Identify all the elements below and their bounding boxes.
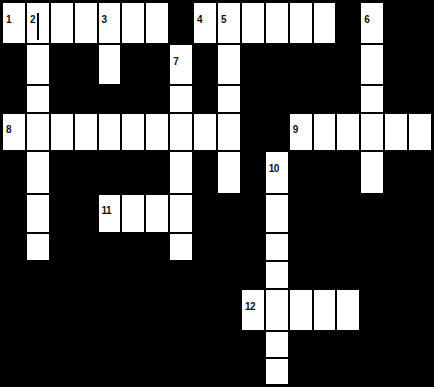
block-cell-r10c7 <box>169 358 193 385</box>
letter-cell-r1c1[interactable] <box>26 44 50 85</box>
block-cell-r4c13 <box>313 151 337 194</box>
block-cell-r6c17 <box>408 233 432 261</box>
letter-cell-r6c11[interactable] <box>265 233 289 261</box>
block-cell-r5c16 <box>384 194 408 233</box>
block-cell-r10c15 <box>360 358 384 385</box>
block-cell-r1c17 <box>408 44 432 85</box>
letter-cell-r1c7[interactable]: 7 <box>169 44 193 85</box>
block-cell-r0c16 <box>384 2 408 44</box>
letter-cell-r5c6[interactable] <box>145 194 169 233</box>
letter-cell-r1c15[interactable] <box>360 44 384 85</box>
block-cell-r1c16 <box>384 44 408 85</box>
letter-cell-r6c7[interactable] <box>169 233 193 261</box>
block-cell-r9c4 <box>98 331 122 358</box>
block-cell-r5c3 <box>74 194 98 233</box>
block-cell-r5c14 <box>336 194 360 233</box>
block-cell-r9c5 <box>121 331 145 358</box>
block-cell-r2c8 <box>193 85 217 113</box>
block-cell-r6c0 <box>2 233 26 261</box>
block-cell-r2c0 <box>2 85 26 113</box>
clue-number-6: 6 <box>364 15 369 25</box>
block-cell-r9c10 <box>241 331 265 358</box>
letter-cell-r0c6[interactable] <box>145 2 169 44</box>
block-cell-r7c14 <box>336 261 360 289</box>
block-cell-r5c8 <box>193 194 217 233</box>
text-caret <box>37 13 39 40</box>
letter-cell-r5c7[interactable] <box>169 194 193 233</box>
block-cell-r2c3 <box>74 85 98 113</box>
letter-cell-r3c1[interactable] <box>26 113 50 151</box>
block-cell-r10c6 <box>145 358 169 385</box>
letter-cell-r0c2[interactable] <box>50 2 74 44</box>
letter-cell-r4c7[interactable] <box>169 151 193 194</box>
letter-cell-r9c11[interactable] <box>265 331 289 358</box>
block-cell-r4c0 <box>2 151 26 194</box>
clue-number-2: 2 <box>30 15 35 25</box>
block-cell-r4c3 <box>74 151 98 194</box>
letter-cell-r0c9[interactable]: 5 <box>217 2 241 44</box>
block-cell-r7c8 <box>193 261 217 289</box>
letter-cell-r0c13[interactable] <box>313 2 337 44</box>
letter-cell-r2c15[interactable] <box>360 85 384 113</box>
block-cell-r4c2 <box>50 151 74 194</box>
block-cell-r5c13 <box>313 194 337 233</box>
block-cell-r10c10 <box>241 358 265 385</box>
block-cell-r2c2 <box>50 85 74 113</box>
block-cell-r8c17 <box>408 289 432 331</box>
block-cell-r6c10 <box>241 233 265 261</box>
block-cell-r1c14 <box>336 44 360 85</box>
block-cell-r8c2 <box>50 289 74 331</box>
letter-cell-r8c10[interactable]: 12 <box>241 289 265 331</box>
block-cell-r9c13 <box>313 331 337 358</box>
block-cell-r1c6 <box>145 44 169 85</box>
block-cell-r7c4 <box>98 261 122 289</box>
block-cell-r4c16 <box>384 151 408 194</box>
block-cell-r8c16 <box>384 289 408 331</box>
block-cell-r10c8 <box>193 358 217 385</box>
block-cell-r9c6 <box>145 331 169 358</box>
block-cell-r8c8 <box>193 289 217 331</box>
block-cell-r9c9 <box>217 331 241 358</box>
block-cell-r7c16 <box>384 261 408 289</box>
letter-cell-r8c11[interactable] <box>265 289 289 331</box>
block-cell-r2c16 <box>384 85 408 113</box>
letter-cell-r0c0[interactable]: 1 <box>2 2 26 44</box>
letter-cell-r3c6[interactable] <box>145 113 169 151</box>
letter-cell-r0c1[interactable]: 2 <box>26 2 50 44</box>
block-cell-r7c3 <box>74 261 98 289</box>
block-cell-r10c16 <box>384 358 408 385</box>
block-cell-r6c2 <box>50 233 74 261</box>
letter-cell-r8c14[interactable] <box>336 289 360 331</box>
block-cell-r5c10 <box>241 194 265 233</box>
block-cell-r7c6 <box>145 261 169 289</box>
letter-cell-r1c9[interactable] <box>217 44 241 85</box>
letter-cell-r5c5[interactable] <box>121 194 145 233</box>
block-cell-r0c17 <box>408 2 432 44</box>
letter-cell-r3c8[interactable] <box>193 113 217 151</box>
block-cell-r7c0 <box>2 261 26 289</box>
letter-cell-r8c13[interactable] <box>313 289 337 331</box>
block-cell-r9c8 <box>193 331 217 358</box>
block-cell-r10c12 <box>289 358 313 385</box>
block-cell-r8c4 <box>98 289 122 331</box>
block-cell-r1c13 <box>313 44 337 85</box>
block-cell-r9c15 <box>360 331 384 358</box>
letter-cell-r3c5[interactable] <box>121 113 145 151</box>
letter-cell-r0c10[interactable] <box>241 2 265 44</box>
letter-cell-r2c1[interactable] <box>26 85 50 113</box>
clue-number-4: 4 <box>197 15 202 25</box>
block-cell-r4c14 <box>336 151 360 194</box>
letter-cell-r0c3[interactable] <box>74 2 98 44</box>
block-cell-r8c15 <box>360 289 384 331</box>
block-cell-r9c3 <box>74 331 98 358</box>
block-cell-r7c5 <box>121 261 145 289</box>
block-cell-r4c6 <box>145 151 169 194</box>
letter-cell-r3c12[interactable]: 9 <box>289 113 313 151</box>
clue-number-11: 11 <box>102 206 112 216</box>
block-cell-r1c2 <box>50 44 74 85</box>
clue-number-12: 12 <box>245 302 255 312</box>
letter-cell-r3c3[interactable] <box>74 113 98 151</box>
block-cell-r8c1 <box>26 289 50 331</box>
letter-cell-r3c14[interactable] <box>336 113 360 151</box>
block-cell-r7c7 <box>169 261 193 289</box>
block-cell-r3c10 <box>241 113 265 151</box>
block-cell-r1c5 <box>121 44 145 85</box>
block-cell-r2c14 <box>336 85 360 113</box>
block-cell-r2c11 <box>265 85 289 113</box>
block-cell-r7c17 <box>408 261 432 289</box>
block-cell-r5c12 <box>289 194 313 233</box>
block-cell-r6c5 <box>121 233 145 261</box>
block-cell-r2c10 <box>241 85 265 113</box>
letter-cell-r4c15[interactable] <box>360 151 384 194</box>
block-cell-r8c7 <box>169 289 193 331</box>
clue-number-3: 3 <box>102 15 107 25</box>
letter-cell-r3c15[interactable] <box>360 113 384 151</box>
letter-cell-r4c11[interactable]: 10 <box>265 151 289 194</box>
block-cell-r7c2 <box>50 261 74 289</box>
letter-cell-r0c4[interactable]: 3 <box>98 2 122 44</box>
letter-cell-r10c11[interactable] <box>265 358 289 385</box>
block-cell-r4c17 <box>408 151 432 194</box>
block-cell-r2c13 <box>313 85 337 113</box>
block-cell-r7c13 <box>313 261 337 289</box>
block-cell-r5c15 <box>360 194 384 233</box>
letter-cell-r3c13[interactable] <box>313 113 337 151</box>
block-cell-r4c10 <box>241 151 265 194</box>
letter-cell-r0c5[interactable] <box>121 2 145 44</box>
block-cell-r7c1 <box>26 261 50 289</box>
block-cell-r2c17 <box>408 85 432 113</box>
block-cell-r8c0 <box>2 289 26 331</box>
block-cell-r8c3 <box>74 289 98 331</box>
clue-number-1: 1 <box>6 15 11 25</box>
block-cell-r5c2 <box>50 194 74 233</box>
block-cell-r1c12 <box>289 44 313 85</box>
block-cell-r6c6 <box>145 233 169 261</box>
block-cell-r8c9 <box>217 289 241 331</box>
letter-cell-r1c4[interactable] <box>98 44 122 85</box>
clue-number-7: 7 <box>173 57 178 67</box>
block-cell-r4c12 <box>289 151 313 194</box>
block-cell-r10c14 <box>336 358 360 385</box>
letter-cell-r0c8[interactable]: 4 <box>193 2 217 44</box>
letter-cell-r3c7[interactable] <box>169 113 193 151</box>
block-cell-r8c5 <box>121 289 145 331</box>
letter-cell-r5c1[interactable] <box>26 194 50 233</box>
block-cell-r6c4 <box>98 233 122 261</box>
block-cell-r9c2 <box>50 331 74 358</box>
block-cell-r9c16 <box>384 331 408 358</box>
clue-number-9: 9 <box>293 125 298 135</box>
block-cell-r0c14 <box>336 2 360 44</box>
block-cell-r10c9 <box>217 358 241 385</box>
block-cell-r5c17 <box>408 194 432 233</box>
block-cell-r4c8 <box>193 151 217 194</box>
letter-cell-r4c9[interactable] <box>217 151 241 194</box>
block-cell-r5c0 <box>2 194 26 233</box>
block-cell-r4c5 <box>121 151 145 194</box>
letter-cell-r3c0[interactable]: 8 <box>2 113 26 151</box>
block-cell-r9c7 <box>169 331 193 358</box>
block-cell-r6c15 <box>360 233 384 261</box>
block-cell-r8c6 <box>145 289 169 331</box>
block-cell-r6c12 <box>289 233 313 261</box>
block-cell-r4c4 <box>98 151 122 194</box>
block-cell-r6c9 <box>217 233 241 261</box>
block-cell-r6c8 <box>193 233 217 261</box>
block-cell-r7c10 <box>241 261 265 289</box>
block-cell-r10c4 <box>98 358 122 385</box>
block-cell-r3c11 <box>265 113 289 151</box>
letter-cell-r3c2[interactable] <box>50 113 74 151</box>
block-cell-r10c2 <box>50 358 74 385</box>
block-cell-r10c0 <box>2 358 26 385</box>
block-cell-r1c8 <box>193 44 217 85</box>
letter-cell-r5c11[interactable] <box>265 194 289 233</box>
block-cell-r9c0 <box>2 331 26 358</box>
block-cell-r10c17 <box>408 358 432 385</box>
block-cell-r1c3 <box>74 44 98 85</box>
block-cell-r10c5 <box>121 358 145 385</box>
block-cell-r10c1 <box>26 358 50 385</box>
block-cell-r6c13 <box>313 233 337 261</box>
letter-cell-r5c4[interactable]: 11 <box>98 194 122 233</box>
block-cell-r7c9 <box>217 261 241 289</box>
block-cell-r2c6 <box>145 85 169 113</box>
letter-cell-r4c1[interactable] <box>26 151 50 194</box>
block-cell-r7c15 <box>360 261 384 289</box>
block-cell-r9c12 <box>289 331 313 358</box>
block-cell-r1c11 <box>265 44 289 85</box>
block-cell-r5c9 <box>217 194 241 233</box>
block-cell-r9c14 <box>336 331 360 358</box>
block-cell-r1c0 <box>2 44 26 85</box>
clue-number-5: 5 <box>221 15 226 25</box>
block-cell-r6c3 <box>74 233 98 261</box>
letter-cell-r3c4[interactable] <box>98 113 122 151</box>
block-cell-r2c5 <box>121 85 145 113</box>
clue-number-8: 8 <box>6 125 11 135</box>
letter-cell-r2c7[interactable] <box>169 85 193 113</box>
block-cell-r10c13 <box>313 358 337 385</box>
letter-cell-r8c12[interactable] <box>289 289 313 331</box>
letter-cell-r3c9[interactable] <box>217 113 241 151</box>
block-cell-r6c14 <box>336 233 360 261</box>
letter-cell-r7c11[interactable] <box>265 261 289 289</box>
block-cell-r10c3 <box>74 358 98 385</box>
crossword-board: 123456789101112 <box>0 0 434 387</box>
block-cell-r2c12 <box>289 85 313 113</box>
letter-cell-r3c16[interactable] <box>384 113 408 151</box>
letter-cell-r3c17[interactable] <box>408 113 432 151</box>
block-cell-r0c7 <box>169 2 193 44</box>
block-cell-r7c12 <box>289 261 313 289</box>
block-cell-r9c17 <box>408 331 432 358</box>
letter-cell-r6c1[interactable] <box>26 233 50 261</box>
letter-cell-r0c11[interactable] <box>265 2 289 44</box>
letter-cell-r0c15[interactable]: 6 <box>360 2 384 44</box>
block-cell-r1c10 <box>241 44 265 85</box>
letter-cell-r2c9[interactable] <box>217 85 241 113</box>
clue-number-10: 10 <box>269 164 279 174</box>
block-cell-r6c16 <box>384 233 408 261</box>
letter-cell-r0c12[interactable] <box>289 2 313 44</box>
block-cell-r9c1 <box>26 331 50 358</box>
block-cell-r2c4 <box>98 85 122 113</box>
